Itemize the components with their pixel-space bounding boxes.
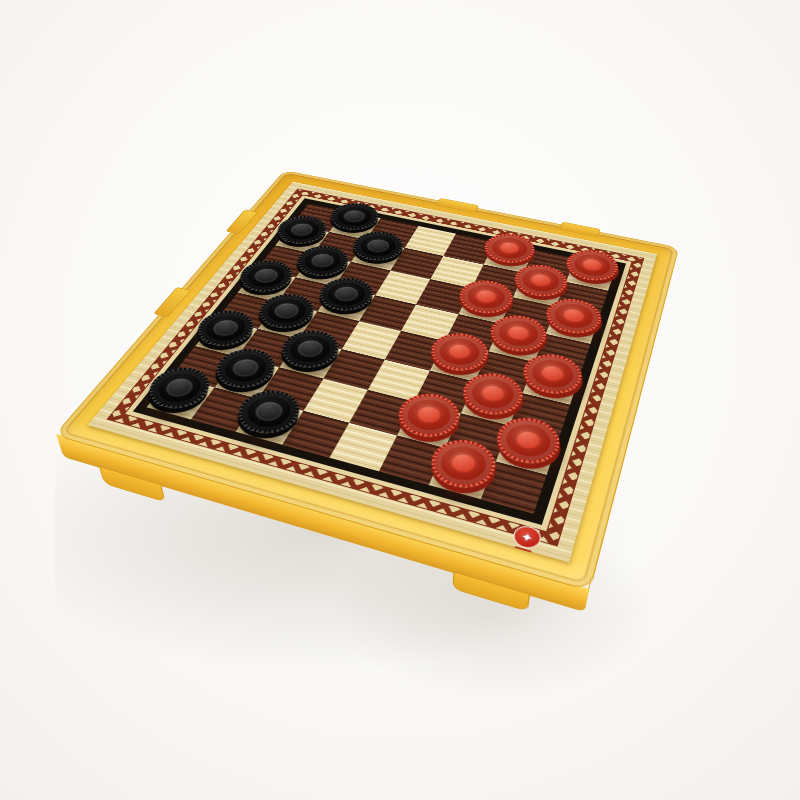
product-photo-background: ✦ (0, 0, 800, 800)
tray-clip (559, 222, 600, 237)
tray-foot (452, 571, 530, 611)
black-checker[interactable] (323, 200, 385, 234)
board-black-frame (133, 198, 626, 525)
red-checker[interactable] (562, 246, 623, 285)
cell-2-7[interactable] (236, 399, 304, 445)
board-paper: ✦ (88, 182, 658, 563)
tray-foot (99, 466, 166, 502)
black-checker[interactable] (251, 290, 323, 333)
black-checker[interactable] (272, 326, 346, 373)
scene: ✦ (100, 30, 700, 630)
checkers-board (147, 204, 617, 514)
board-tray: ✦ (54, 170, 679, 591)
black-checker[interactable] (188, 306, 263, 351)
tray-foot (655, 293, 667, 341)
